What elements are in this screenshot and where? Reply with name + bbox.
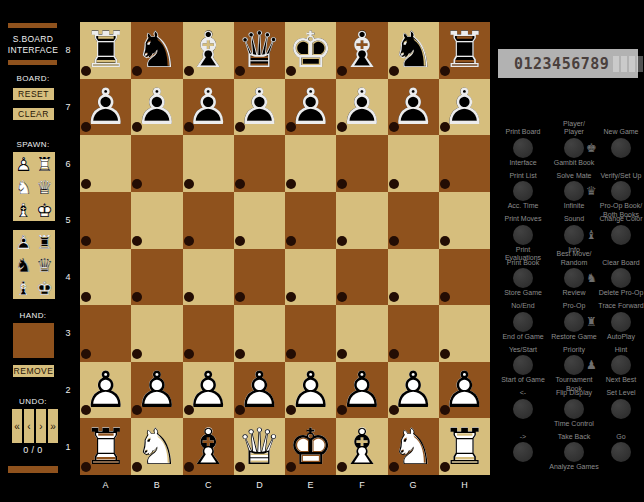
chess-board: ♜♖♞♘♝♗♛♕♚♔♝♗♞♘♜♖♟♙♟♙♟♙♟♙♟♙♟♙♟♙♟♙♟♙♟♙♟♙♟♙… (80, 22, 490, 475)
square-d2[interactable]: ♟♙ (234, 362, 285, 419)
black-rook: ♜♖ (35, 232, 54, 251)
square-d3[interactable] (234, 305, 285, 362)
square-b7[interactable]: ♟♙ (131, 79, 182, 136)
spawn-white-king[interactable]: ♚♔ (34, 198, 55, 221)
square-b2[interactable]: ♟♙ (131, 362, 182, 419)
white-queen: ♛♕ (234, 422, 284, 472)
square-g3[interactable] (388, 305, 439, 362)
sensor-dot (132, 349, 142, 359)
spawn-palette-white: ♟♙♜♖♞♘♛♕♝♗♚♔ (13, 152, 55, 221)
square-g7[interactable]: ♟♙ (388, 79, 439, 136)
square-e1[interactable]: ♚♔ (285, 418, 336, 475)
square-f6[interactable] (336, 135, 387, 192)
square-b4[interactable] (131, 249, 182, 306)
black-pawn: ♟♙ (183, 82, 233, 132)
lcd-digits: 0123456789 (514, 55, 609, 73)
sensor-dot (132, 236, 142, 246)
pawn-icon: ♟ (586, 359, 597, 371)
sensor-dot (286, 292, 296, 302)
sensor-dot (235, 292, 245, 302)
square-c6[interactable] (183, 135, 234, 192)
new-game-button[interactable] (611, 138, 631, 158)
rank-label-2: 2 (60, 362, 76, 419)
spawn-white-pawn[interactable]: ♟♙ (13, 152, 34, 175)
sensor-dot (440, 179, 450, 189)
verify-set-up-top-label: Verify/Set Up (592, 172, 644, 180)
sensor-dot (235, 179, 245, 189)
yes-start-button[interactable] (513, 355, 533, 375)
square-f1[interactable]: ♝♗ (336, 418, 387, 475)
redo-to-end-button[interactable]: » (48, 409, 58, 443)
sensor-dot (184, 236, 194, 246)
square-g8[interactable]: ♞♘ (388, 22, 439, 79)
go-top-label: Go (592, 433, 644, 441)
rank-label-1: 1 (60, 418, 76, 475)
spawn-white-bishop[interactable]: ♝♗ (13, 198, 34, 221)
white-rook: ♜♖ (439, 422, 489, 472)
solve-mate-button[interactable] (564, 181, 584, 201)
print-board-bottom-label: Interface (494, 159, 552, 167)
square-b6[interactable] (131, 135, 182, 192)
spawn-black-bishop[interactable]: ♝♗ (13, 276, 34, 299)
square-f8[interactable]: ♝♗ (336, 22, 387, 79)
white-pawn: ♟♙ (132, 365, 182, 415)
no-end-top-label: No/End (494, 302, 552, 310)
clear-button[interactable]: CLEAR (13, 108, 54, 120)
white-bishop: ♝♗ (183, 422, 233, 472)
white-bishop: ♝♗ (14, 200, 33, 219)
lcd-display: 0123456789 (498, 49, 638, 78)
white-pawn: ♟♙ (183, 365, 233, 415)
go-button[interactable] (611, 442, 631, 462)
file-label-d: D (234, 478, 285, 492)
square-b8[interactable]: ♞♘ (131, 22, 182, 79)
trace-forward-button[interactable] (611, 312, 631, 332)
spawn-black-pawn[interactable]: ♟♙ (13, 230, 34, 253)
square-f5[interactable] (336, 192, 387, 249)
sensor-dot (286, 236, 296, 246)
hint-button[interactable] (611, 355, 631, 375)
lcd-blank-segments (613, 56, 644, 72)
no-end-button[interactable] (513, 312, 533, 332)
sensor-dot (337, 236, 347, 246)
square-d6[interactable] (234, 135, 285, 192)
redo-step-button[interactable]: › (36, 409, 46, 443)
undo-step-button[interactable]: ‹ (24, 409, 34, 443)
file-label-f: F (336, 478, 387, 492)
sensor-dot (184, 292, 194, 302)
file-label-e: E (285, 478, 336, 492)
remove-button[interactable]: REMOVE (13, 365, 54, 377)
square-g5[interactable] (388, 192, 439, 249)
spawn-black-king[interactable]: ♚♔ (34, 276, 55, 299)
print-book-top-label: Print Book (494, 259, 552, 267)
square-f4[interactable] (336, 249, 387, 306)
square-c4[interactable] (183, 249, 234, 306)
black-pawn: ♟♙ (234, 82, 284, 132)
square-c8[interactable]: ♝♗ (183, 22, 234, 79)
spawn-white-rook[interactable]: ♜♖ (34, 152, 55, 175)
spawn-black-queen[interactable]: ♛♕ (34, 253, 55, 276)
white-queen: ♛♕ (35, 177, 54, 196)
black-pawn: ♟♙ (132, 82, 182, 132)
rook-icon: ♜ (586, 316, 597, 328)
best-move-random-button[interactable] (564, 268, 584, 288)
yes-start-top-label: Yes/Start (494, 346, 552, 354)
white-rook: ♜♖ (81, 422, 131, 472)
square-f2[interactable]: ♟♙ (336, 362, 387, 419)
lcd-blank-cell (629, 56, 635, 72)
print-book-bottom-label: Store Game (494, 289, 552, 297)
square-d7[interactable]: ♟♙ (234, 79, 285, 136)
square-e6[interactable] (285, 135, 336, 192)
square-h8[interactable]: ♜♖ (439, 22, 490, 79)
white-pawn: ♟♙ (337, 365, 387, 415)
white-king: ♚♔ (35, 200, 54, 219)
black-king: ♚♔ (35, 278, 54, 297)
square-c2[interactable]: ♟♙ (183, 362, 234, 419)
flip-display-bottom-label: Time Control (545, 420, 603, 428)
trace-forward-top-label: Trace Forward (592, 302, 644, 310)
sensor-dot (235, 236, 245, 246)
print-list-top-label: Print List (494, 172, 552, 180)
sensor-dot (184, 179, 194, 189)
white-pawn: ♟♙ (439, 365, 489, 415)
change-color-button[interactable] (611, 225, 631, 245)
set-level-button[interactable] (611, 399, 631, 419)
white-pawn: ♟♙ (286, 365, 336, 415)
trace-forward-bottom-label: AutoPlay (592, 333, 644, 341)
square-a3[interactable] (80, 305, 131, 362)
verify-set-up-button[interactable] (611, 181, 631, 201)
square-e5[interactable] (285, 192, 336, 249)
black-pawn: ♟♙ (337, 82, 387, 132)
square-d5[interactable] (234, 192, 285, 249)
square-e2[interactable]: ♟♙ (285, 362, 336, 419)
black-pawn: ♟♙ (81, 82, 131, 132)
sensor-dot (389, 349, 399, 359)
black-bishop: ♝♗ (337, 25, 387, 75)
white-knight: ♞♘ (388, 422, 438, 472)
clear-board-bottom-label: Delete Pro-Op (592, 289, 644, 297)
black-pawn: ♟♙ (388, 82, 438, 132)
square-h6[interactable] (439, 135, 490, 192)
file-label-a: A (80, 478, 131, 492)
file-label-c: C (183, 478, 234, 492)
accent-bar-bottom (8, 466, 58, 473)
square-g6[interactable] (388, 135, 439, 192)
board-section-label: BOARD: (0, 74, 66, 83)
square-h5[interactable] (439, 192, 490, 249)
player-player-button[interactable] (564, 138, 584, 158)
spawn-black-knight[interactable]: ♞♘ (13, 253, 34, 276)
sensor-dot (440, 349, 450, 359)
black-knight: ♞♘ (132, 25, 182, 75)
rank-label-7: 7 (60, 79, 76, 136)
undo-to-start-button[interactable]: « (12, 409, 22, 443)
flip-display-button[interactable] (564, 399, 584, 419)
clear-board-top-label: Clear Board (592, 259, 644, 267)
black-pawn: ♟♙ (286, 82, 336, 132)
take-back-bottom-label: Analyze Games (545, 463, 603, 471)
square-d1[interactable]: ♛♕ (234, 418, 285, 475)
black-king: ♚♔ (286, 25, 336, 75)
print-moves-button[interactable] (513, 225, 533, 245)
sensor-dot (132, 292, 142, 302)
white-knight: ♞♘ (14, 177, 33, 196)
square-a8[interactable]: ♜♖ (80, 22, 131, 79)
square-e4[interactable] (285, 249, 336, 306)
reset-button[interactable]: RESET (13, 88, 54, 100)
knight-icon: ♞ (586, 272, 597, 284)
accent-bar-title (8, 60, 57, 65)
square-c7[interactable]: ♟♙ (183, 79, 234, 136)
square-c1[interactable]: ♝♗ (183, 418, 234, 475)
white-bishop: ♝♗ (337, 422, 387, 472)
white-knight: ♞♘ (132, 422, 182, 472)
sensor-dot (132, 179, 142, 189)
bishop-icon: ♝ (586, 229, 597, 241)
step-forward-top-label: -> (494, 433, 552, 441)
clear-board-button[interactable] (611, 268, 631, 288)
file-label-g: G (388, 478, 439, 492)
rank-coordinates: 87654321 (60, 22, 76, 475)
white-king: ♚♔ (286, 422, 336, 472)
white-rook: ♜♖ (35, 154, 54, 173)
file-label-b: B (131, 478, 182, 492)
black-queen: ♛♕ (234, 25, 284, 75)
app-title: S.BOARD INTERFACE (0, 34, 66, 56)
rank-label-5: 5 (60, 192, 76, 249)
hand-slot[interactable] (13, 323, 54, 358)
square-a1[interactable]: ♜♖ (80, 418, 131, 475)
square-b3[interactable] (131, 305, 182, 362)
new-game-top-label: New Game (592, 128, 644, 136)
yes-start-bottom-label: Start of Game (494, 376, 552, 384)
square-c3[interactable] (183, 305, 234, 362)
sensor-dot (337, 349, 347, 359)
square-g1[interactable]: ♞♘ (388, 418, 439, 475)
undo-section-label: UNDO: (0, 397, 66, 406)
black-bishop: ♝♗ (14, 278, 33, 297)
black-queen: ♛♕ (35, 255, 54, 274)
white-pawn: ♟♙ (81, 365, 131, 415)
change-color-top-label: Change Color (592, 215, 644, 223)
square-e8[interactable]: ♚♔ (285, 22, 336, 79)
black-bishop: ♝♗ (183, 25, 233, 75)
spawn-white-queen[interactable]: ♛♕ (34, 175, 55, 198)
spawn-palette-black: ♟♙♜♖♞♘♛♕♝♗♚♔ (13, 230, 55, 299)
print-list-button[interactable] (513, 181, 533, 201)
print-board-button[interactable] (513, 138, 533, 158)
sensor-dot (337, 179, 347, 189)
lcd-blank-cell (613, 56, 619, 72)
square-g2[interactable]: ♟♙ (388, 362, 439, 419)
no-end-bottom-label: End of Game (494, 333, 552, 341)
black-knight: ♞♘ (14, 255, 33, 274)
square-a4[interactable] (80, 249, 131, 306)
priority-button[interactable] (564, 355, 584, 375)
sensor-board-interface: S.BOARD INTERFACE BOARD: RESET CLEAR SPA… (0, 0, 644, 502)
king-icon: ♚ (586, 142, 597, 154)
sensor-dot (81, 292, 91, 302)
sensor-dot (389, 179, 399, 189)
black-pawn: ♟♙ (439, 82, 489, 132)
square-h4[interactable] (439, 249, 490, 306)
sensor-dot (440, 292, 450, 302)
square-a7[interactable]: ♟♙ (80, 79, 131, 136)
square-h7[interactable]: ♟♙ (439, 79, 490, 136)
black-rook: ♜♖ (439, 25, 489, 75)
square-h2[interactable]: ♟♙ (439, 362, 490, 419)
sensor-dot (389, 236, 399, 246)
hint-top-label: Hint (592, 346, 644, 354)
lcd-blank-cell (637, 56, 643, 72)
rank-label-6: 6 (60, 135, 76, 192)
undo-counter: 0 / 0 (0, 445, 66, 455)
square-f3[interactable] (336, 305, 387, 362)
step-forward-button[interactable] (513, 442, 533, 462)
square-f7[interactable]: ♟♙ (336, 79, 387, 136)
square-h1[interactable]: ♜♖ (439, 418, 490, 475)
square-e7[interactable]: ♟♙ (285, 79, 336, 136)
print-list-bottom-label: Acc. Time (494, 202, 552, 210)
pro-op-button[interactable] (564, 312, 584, 332)
sensor-dot (440, 236, 450, 246)
spawn-white-knight[interactable]: ♞♘ (13, 175, 34, 198)
sound-button[interactable] (564, 225, 584, 245)
sensor-dot (184, 349, 194, 359)
sensor-dot (81, 236, 91, 246)
undo-controls: «‹›» (12, 409, 58, 443)
square-a6[interactable] (80, 135, 131, 192)
step-back-top-label: <- (494, 389, 552, 397)
square-g4[interactable] (388, 249, 439, 306)
sensor-dot (389, 292, 399, 302)
spawn-black-rook[interactable]: ♜♖ (34, 230, 55, 253)
square-c5[interactable] (183, 192, 234, 249)
square-d8[interactable]: ♛♕ (234, 22, 285, 79)
control-panel: Print BoardInterfacePlayer/ PlayerGambit… (496, 126, 644, 474)
file-coordinates: ABCDEFGH (80, 478, 490, 492)
square-a2[interactable]: ♟♙ (80, 362, 131, 419)
sensor-dot (235, 349, 245, 359)
lcd-blank-cell (621, 56, 627, 72)
square-d4[interactable] (234, 249, 285, 306)
print-book-button[interactable] (513, 268, 533, 288)
rank-label-4: 4 (60, 249, 76, 306)
square-b1[interactable]: ♞♘ (131, 418, 182, 475)
square-h3[interactable] (439, 305, 490, 362)
sensor-dot (337, 292, 347, 302)
square-e3[interactable] (285, 305, 336, 362)
file-label-h: H (439, 478, 490, 492)
white-pawn: ♟♙ (234, 365, 284, 415)
white-pawn: ♟♙ (14, 154, 33, 173)
accent-bar-top (8, 23, 57, 28)
print-moves-top-label: Print Moves (494, 215, 552, 223)
take-back-button[interactable] (564, 442, 584, 462)
sensor-dot (81, 179, 91, 189)
black-rook: ♜♖ (81, 25, 131, 75)
step-back-button[interactable] (513, 399, 533, 419)
square-b5[interactable] (131, 192, 182, 249)
print-board-top-label: Print Board (494, 128, 552, 136)
black-knight: ♞♘ (388, 25, 438, 75)
player-player-bottom-label: Gambit Book (545, 159, 603, 167)
square-a5[interactable] (80, 192, 131, 249)
queen-icon: ♛ (586, 185, 597, 197)
sensor-dot (286, 179, 296, 189)
rank-label-8: 8 (60, 22, 76, 79)
sensor-dot (81, 349, 91, 359)
hint-bottom-label: Next Best (592, 376, 644, 384)
sensor-dot (286, 349, 296, 359)
rank-label-3: 3 (60, 305, 76, 362)
white-pawn: ♟♙ (388, 365, 438, 415)
hand-section-label: HAND: (0, 311, 66, 320)
black-pawn: ♟♙ (14, 232, 33, 251)
set-level-top-label: Set Level (592, 389, 644, 397)
spawn-section-label: SPAWN: (0, 140, 66, 149)
